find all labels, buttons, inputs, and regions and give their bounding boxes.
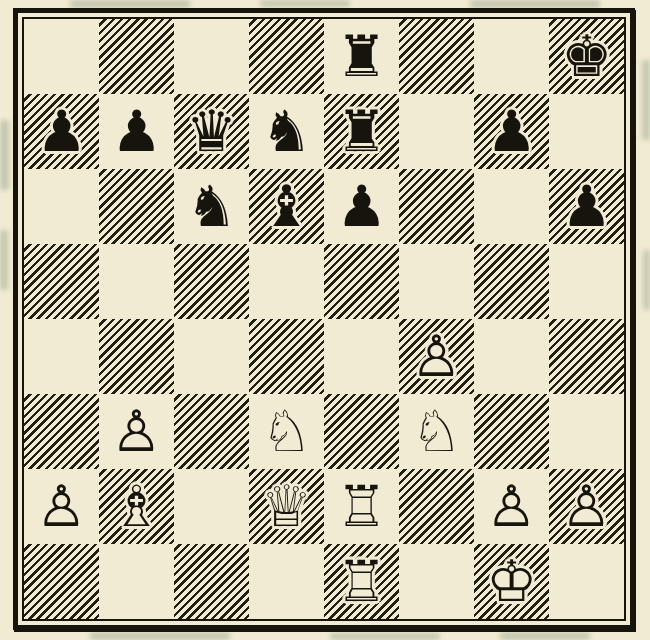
- piece-black-pawn: ♟: [324, 169, 399, 244]
- square-b5: [99, 244, 174, 319]
- square-g6: [474, 169, 549, 244]
- square-a2: ♟♙: [24, 469, 99, 544]
- square-h8: ♚: [549, 19, 624, 94]
- piece-white-bishop: ♗: [99, 469, 174, 544]
- square-g7: ♟: [474, 94, 549, 169]
- square-f2: [399, 469, 474, 544]
- square-d1: [249, 544, 324, 619]
- square-g1: ♚♔: [474, 544, 549, 619]
- square-a3: [24, 394, 99, 469]
- square-a8: [24, 19, 99, 94]
- book-page: { "game": "chess", "diagram_style": "vin…: [0, 0, 650, 640]
- square-e6: ♟: [324, 169, 399, 244]
- page-bleed-mark: [260, 0, 350, 7]
- square-f4: ♟♙: [399, 319, 474, 394]
- square-f3: ♞♘: [399, 394, 474, 469]
- square-c2: [174, 469, 249, 544]
- square-b2: ♝♗: [99, 469, 174, 544]
- piece-black-king: ♚: [549, 19, 624, 94]
- square-d5: [249, 244, 324, 319]
- square-e1: ♜♖: [324, 544, 399, 619]
- piece-white-king: ♔: [474, 544, 549, 619]
- page-bleed-mark: [330, 633, 440, 640]
- square-e4: [324, 319, 399, 394]
- square-h1: [549, 544, 624, 619]
- square-c5: [174, 244, 249, 319]
- page-bleed-mark: [643, 250, 650, 310]
- square-g3: [474, 394, 549, 469]
- square-d2: ♛♕: [249, 469, 324, 544]
- square-e7: ♜: [324, 94, 399, 169]
- square-f6: [399, 169, 474, 244]
- piece-black-rook: ♜: [324, 19, 399, 94]
- piece-white-rook: ♖: [324, 544, 399, 619]
- chessboard-inner-border: ♜♚♟♟♛♞♜♟♞♝♟♟♟♙♟♙♞♘♞♘♟♙♝♗♛♕♜♖♟♙♟♙♜♖♚♔: [22, 17, 626, 621]
- page-bleed-mark: [500, 632, 590, 640]
- square-b1: [99, 544, 174, 619]
- square-h4: [549, 319, 624, 394]
- square-h5: [549, 244, 624, 319]
- square-a7: ♟: [24, 94, 99, 169]
- square-d6: ♝: [249, 169, 324, 244]
- square-h2: ♟♙: [549, 469, 624, 544]
- square-b4: [99, 319, 174, 394]
- square-b6: [99, 169, 174, 244]
- piece-black-knight: ♞: [174, 169, 249, 244]
- square-a1: [24, 544, 99, 619]
- piece-white-pawn: ♙: [24, 469, 99, 544]
- square-f8: [399, 19, 474, 94]
- square-c1: [174, 544, 249, 619]
- page-bleed-mark: [0, 120, 9, 190]
- square-h3: [549, 394, 624, 469]
- page-bleed-mark: [642, 60, 650, 140]
- piece-black-pawn: ♟: [99, 94, 174, 169]
- piece-white-queen: ♕: [249, 469, 324, 544]
- square-c3: [174, 394, 249, 469]
- piece-white-knight: ♘: [399, 394, 474, 469]
- chessboard: ♜♚♟♟♛♞♜♟♞♝♟♟♟♙♟♙♞♘♞♘♟♙♝♗♛♕♜♖♟♙♟♙♜♖♚♔: [24, 19, 624, 619]
- square-g5: [474, 244, 549, 319]
- square-e3: [324, 394, 399, 469]
- square-h7: [549, 94, 624, 169]
- square-e8: ♜: [324, 19, 399, 94]
- square-a6: [24, 169, 99, 244]
- square-e2: ♜♖: [324, 469, 399, 544]
- square-d8: [249, 19, 324, 94]
- square-f1: [399, 544, 474, 619]
- piece-white-rook: ♖: [324, 469, 399, 544]
- page-bleed-mark: [0, 230, 8, 290]
- square-g2: ♟♙: [474, 469, 549, 544]
- piece-white-pawn: ♙: [399, 319, 474, 394]
- piece-white-pawn: ♙: [474, 469, 549, 544]
- square-h6: ♟: [549, 169, 624, 244]
- square-b3: ♟♙: [99, 394, 174, 469]
- piece-white-knight: ♘: [249, 394, 324, 469]
- piece-black-pawn: ♟: [474, 94, 549, 169]
- piece-black-knight: ♞: [249, 94, 324, 169]
- page-bleed-mark: [470, 0, 600, 8]
- square-c6: ♞: [174, 169, 249, 244]
- square-g4: [474, 319, 549, 394]
- piece-white-pawn: ♙: [549, 469, 624, 544]
- square-c8: [174, 19, 249, 94]
- square-a5: [24, 244, 99, 319]
- square-b7: ♟: [99, 94, 174, 169]
- square-d4: [249, 319, 324, 394]
- chessboard-frame: ♜♚♟♟♛♞♜♟♞♝♟♟♟♙♟♙♞♘♞♘♟♙♝♗♛♕♜♖♟♙♟♙♜♖♚♔: [13, 8, 635, 630]
- piece-black-pawn: ♟: [549, 169, 624, 244]
- page-bleed-mark: [90, 632, 230, 640]
- square-f7: [399, 94, 474, 169]
- page-bleed-mark: [70, 0, 190, 8]
- square-f5: [399, 244, 474, 319]
- square-a4: [24, 319, 99, 394]
- piece-white-pawn: ♙: [99, 394, 174, 469]
- piece-black-rook: ♜: [324, 94, 399, 169]
- square-c4: [174, 319, 249, 394]
- piece-black-queen: ♛: [174, 94, 249, 169]
- square-d3: ♞♘: [249, 394, 324, 469]
- piece-black-pawn: ♟: [24, 94, 99, 169]
- square-b8: [99, 19, 174, 94]
- square-d7: ♞: [249, 94, 324, 169]
- square-g8: [474, 19, 549, 94]
- piece-black-bishop: ♝: [249, 169, 324, 244]
- square-e5: [324, 244, 399, 319]
- square-c7: ♛: [174, 94, 249, 169]
